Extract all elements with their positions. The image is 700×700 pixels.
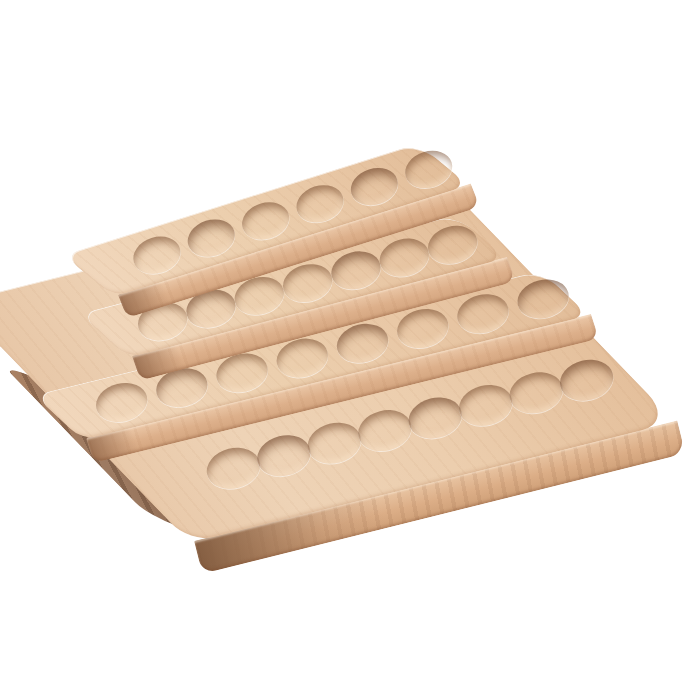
- tier-4-pit-2[interactable]: [253, 430, 315, 482]
- tier-4-pit-1[interactable]: [202, 442, 264, 494]
- tier-4-pit-6[interactable]: [455, 379, 517, 431]
- tier-3-pit-1[interactable]: [92, 378, 152, 427]
- tier-2-pit-5[interactable]: [327, 246, 385, 295]
- tier-1-pit-3[interactable]: [237, 197, 294, 246]
- tier-1-pit-2[interactable]: [182, 214, 239, 263]
- tier-4-pit-8[interactable]: [556, 354, 618, 406]
- tier-4-pit-4[interactable]: [354, 405, 416, 457]
- tier-3-pit-8[interactable]: [513, 274, 573, 323]
- tier-1-pit-6[interactable]: [400, 145, 457, 194]
- tier-2-pit-6[interactable]: [375, 233, 433, 282]
- tier-1-pit-5[interactable]: [346, 162, 403, 211]
- tier-1-pit-1[interactable]: [128, 231, 185, 280]
- tier-4-pit-7[interactable]: [505, 367, 567, 419]
- tier-1-pit-4[interactable]: [291, 180, 348, 229]
- photo-canvas: [0, 0, 700, 700]
- tier-4-pit-3[interactable]: [303, 417, 365, 469]
- tier-3-pit-7[interactable]: [453, 289, 513, 338]
- tiered-pit-board: [0, 0, 700, 700]
- tier-4-pit-5[interactable]: [404, 392, 466, 444]
